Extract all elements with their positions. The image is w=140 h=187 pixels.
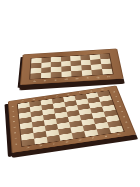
coordinate-6: 6 bbox=[115, 99, 121, 105]
coordinate-2: 2 bbox=[13, 135, 18, 142]
front-square-b1 bbox=[34, 137, 48, 145]
front-square-d1 bbox=[59, 133, 73, 141]
coordinate-8: 8 bbox=[111, 89, 117, 94]
coordinate-8: 8 bbox=[10, 104, 15, 110]
coordinate-5: 5 bbox=[117, 104, 124, 110]
front-board-grid bbox=[17, 90, 125, 147]
front-square-h1 bbox=[109, 126, 124, 133]
coordinate-4: 4 bbox=[119, 109, 126, 115]
coordinate-1: 1 bbox=[13, 141, 18, 148]
product-photo-scene: abcdefgh abcdefghabcdefgh876543218765432… bbox=[0, 0, 140, 187]
coordinate-2: 2 bbox=[123, 119, 130, 125]
coordinate-4: 4 bbox=[12, 124, 17, 130]
coordinate-6: 6 bbox=[11, 114, 16, 120]
coordinate-3: 3 bbox=[12, 130, 17, 136]
front-square-a1 bbox=[22, 139, 35, 147]
coordinate-1: 1 bbox=[125, 125, 132, 131]
front-square-c1 bbox=[47, 135, 61, 143]
coordinate-7: 7 bbox=[113, 94, 119, 99]
coordinate-7: 7 bbox=[11, 109, 16, 115]
front-board-surface: abcdefghabcdefgh8765432187654321 bbox=[8, 86, 136, 153]
front-open-board: abcdefghabcdefgh8765432187654321 bbox=[0, 48, 140, 154]
coordinate-3: 3 bbox=[121, 114, 128, 120]
coordinate-5: 5 bbox=[12, 119, 17, 125]
front-board-frame: abcdefghabcdefgh8765432187654321 bbox=[8, 86, 136, 153]
